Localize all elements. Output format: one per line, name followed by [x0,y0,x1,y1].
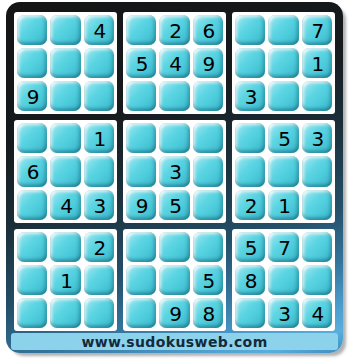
cell-r1c8[interactable] [268,15,298,45]
cell-r9c4[interactable] [126,298,156,328]
given-digit: 5 [202,271,215,291]
sudoku-box-2-2: 395 [123,120,226,222]
given-digit: 4 [169,54,182,74]
cell-r8c8[interactable] [268,265,298,295]
cell-r1c4[interactable] [126,15,156,45]
cell-r2c1[interactable] [17,48,47,78]
cell-r8c3[interactable] [84,265,114,295]
cell-r5c1: 6 [17,156,47,186]
cell-r1c9: 7 [302,15,332,45]
given-digit: 3 [245,87,258,107]
cell-r4c1[interactable] [17,123,47,153]
cell-r5c2[interactable] [50,156,80,186]
given-digit: 5 [245,238,258,258]
cell-r7c5[interactable] [159,232,189,262]
cell-r3c5[interactable] [159,81,189,111]
given-digit: 9 [27,87,40,107]
cell-r8c1[interactable] [17,265,47,295]
cell-r7c6[interactable] [193,232,223,262]
given-digit: 1 [278,196,291,216]
cell-r2c4: 5 [126,48,156,78]
cell-r8c7: 8 [235,265,265,295]
cell-r5c3[interactable] [84,156,114,186]
cell-r5c7[interactable] [235,156,265,186]
cell-r6c6[interactable] [193,190,223,220]
sudoku-box-1-3: 713 [232,12,335,114]
given-digit: 3 [93,196,106,216]
given-digit: 5 [278,129,291,149]
cell-r3c2[interactable] [50,81,80,111]
given-digit: 7 [278,238,291,258]
given-digit: 8 [245,271,258,291]
cell-r1c5: 2 [159,15,189,45]
cell-r8c5[interactable] [159,265,189,295]
cell-r9c2[interactable] [50,298,80,328]
sudoku-box-2-3: 5321 [232,120,335,222]
cell-r2c8[interactable] [268,48,298,78]
cell-r6c7: 2 [235,190,265,220]
cell-r3c3[interactable] [84,81,114,111]
cell-r2c9: 1 [302,48,332,78]
given-digit: 3 [169,162,182,182]
cell-r7c9[interactable] [302,232,332,262]
cell-r4c3: 1 [84,123,114,153]
cell-r8c9[interactable] [302,265,332,295]
cell-r4c7[interactable] [235,123,265,153]
cell-r8c4[interactable] [126,265,156,295]
given-digit: 7 [311,21,324,41]
cell-r6c9[interactable] [302,190,332,220]
cell-r5c4[interactable] [126,156,156,186]
cell-r2c3[interactable] [84,48,114,78]
given-digit: 4 [311,304,324,324]
given-digit: 2 [169,21,182,41]
cell-r9c1[interactable] [17,298,47,328]
cell-r8c2: 1 [50,265,80,295]
cell-r9c3[interactable] [84,298,114,328]
sudoku-box-3-2: 598 [123,229,226,331]
cell-r9c7[interactable] [235,298,265,328]
cell-r9c8: 3 [268,298,298,328]
given-digit: 5 [136,54,149,74]
cell-r4c9: 3 [302,123,332,153]
cell-r6c4: 9 [126,190,156,220]
cell-r9c5: 9 [159,298,189,328]
cell-r4c6[interactable] [193,123,223,153]
cell-r5c9[interactable] [302,156,332,186]
cell-r4c2[interactable] [50,123,80,153]
given-digit: 9 [136,196,149,216]
given-digit: 4 [60,196,73,216]
cell-r8c6: 5 [193,265,223,295]
given-digit: 1 [311,54,324,74]
given-digit: 1 [60,271,73,291]
given-digit: 9 [202,54,215,74]
cell-r4c4[interactable] [126,123,156,153]
cell-r1c6: 6 [193,15,223,45]
sudoku-grid: 4926549713164339553212159857834 [14,12,335,331]
cell-r9c6: 8 [193,298,223,328]
given-digit: 3 [278,304,291,324]
cell-r1c2[interactable] [50,15,80,45]
cell-r3c8[interactable] [268,81,298,111]
given-digit: 1 [93,129,106,149]
cell-r5c5: 3 [159,156,189,186]
cell-r7c4[interactable] [126,232,156,262]
site-url: www.sudokusweb.com [81,334,267,350]
cell-r1c3: 4 [84,15,114,45]
sudoku-box-3-1: 21 [14,229,117,331]
cell-r2c7[interactable] [235,48,265,78]
cell-r3c6[interactable] [193,81,223,111]
given-digit: 3 [311,129,324,149]
cell-r6c1[interactable] [17,190,47,220]
given-digit: 4 [93,21,106,41]
given-digit: 6 [202,21,215,41]
cell-r1c1[interactable] [17,15,47,45]
sudoku-box-1-1: 49 [14,12,117,114]
cell-r5c8[interactable] [268,156,298,186]
cell-r9c9: 4 [302,298,332,328]
sudoku-box-3-3: 57834 [232,229,335,331]
sudoku-box-2-1: 1643 [14,120,117,222]
cell-r2c5: 4 [159,48,189,78]
given-digit: 5 [169,196,182,216]
footer-band: www.sudokusweb.com [11,333,338,350]
sudoku-board: 4926549713164339553212159857834 www.sudo… [0,0,350,360]
cell-r5c6[interactable] [193,156,223,186]
given-digit: 8 [202,304,215,324]
cell-r3c7: 3 [235,81,265,111]
cell-r7c1[interactable] [17,232,47,262]
cell-r7c2[interactable] [50,232,80,262]
cell-r2c6: 9 [193,48,223,78]
cell-r3c4[interactable] [126,81,156,111]
cell-r7c3: 2 [84,232,114,262]
cell-r2c2[interactable] [50,48,80,78]
cell-r4c5[interactable] [159,123,189,153]
given-digit: 2 [245,196,258,216]
sudoku-box-1-2: 26549 [123,12,226,114]
given-digit: 6 [27,162,40,182]
cell-r6c2: 4 [50,190,80,220]
given-digit: 2 [93,238,106,258]
given-digit: 9 [169,304,182,324]
cell-r6c5: 5 [159,190,189,220]
cell-r6c8: 1 [268,190,298,220]
cell-r3c1: 9 [17,81,47,111]
cell-r7c8: 7 [268,232,298,262]
board-frame: 4926549713164339553212159857834 www.sudo… [6,2,343,353]
cell-r3c9[interactable] [302,81,332,111]
cell-r6c3: 3 [84,190,114,220]
cell-r4c8: 5 [268,123,298,153]
cell-r7c7: 5 [235,232,265,262]
cell-r1c7[interactable] [235,15,265,45]
